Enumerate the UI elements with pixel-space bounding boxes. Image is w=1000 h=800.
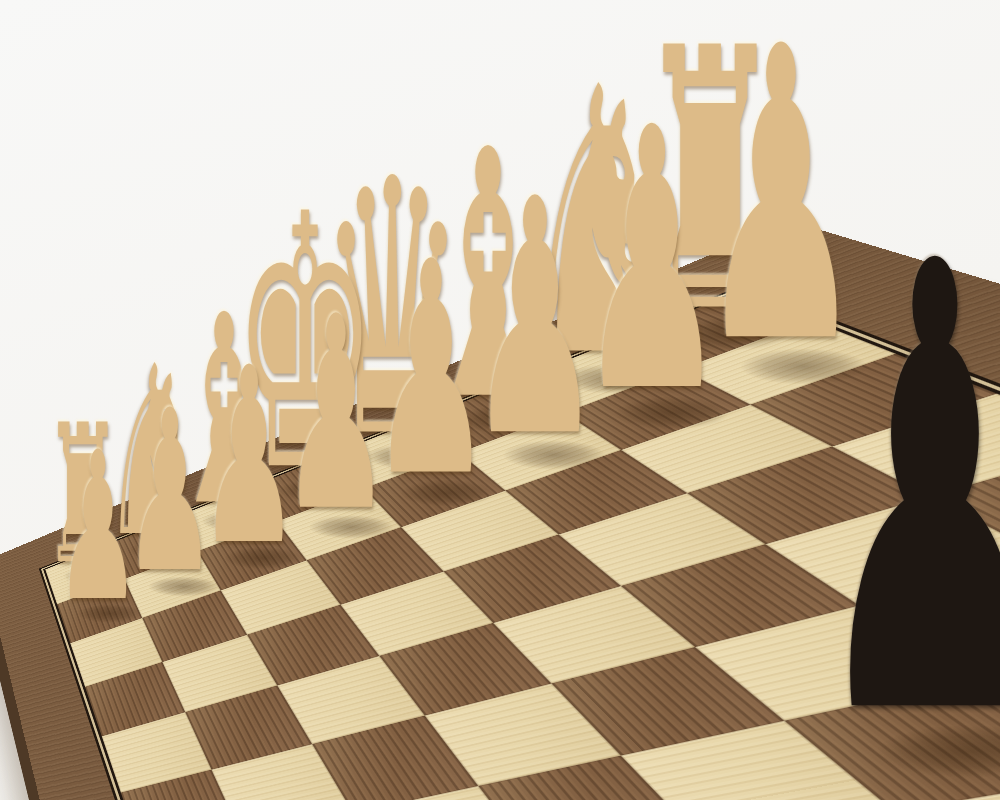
piece-shadow xyxy=(653,312,809,357)
piece-black-pawn-c7: ♟ xyxy=(808,185,1000,800)
piece-white-rook-a1: ♜ xyxy=(636,2,785,362)
piece-white-bishop-c1: ♝ xyxy=(417,105,558,447)
piece-white-pawn-e2: ♟ xyxy=(281,282,391,548)
piece-white-rook-h1: ♜ xyxy=(44,400,123,591)
piece-shadow xyxy=(845,716,1000,787)
piece-shadow xyxy=(136,573,231,600)
piece-white-knight-b1: ♞ xyxy=(517,41,669,409)
piece-white-pawn-d2: ♟ xyxy=(370,223,491,516)
piece-white-pawn-h2: ♟ xyxy=(55,425,139,630)
piece-white-pawn-b2: ♟ xyxy=(577,81,726,442)
piece-white-pawn-c2: ♟ xyxy=(468,156,602,480)
piece-white-pawn-a2: ♟ xyxy=(698,0,864,398)
piece-shadow xyxy=(211,543,315,573)
piece-white-knight-g1: ♞ xyxy=(103,335,200,569)
piece-shadow xyxy=(118,537,207,563)
piece-white-bishop-f1: ♝ xyxy=(171,281,279,542)
piece-shadow xyxy=(350,440,466,473)
piece-shadow xyxy=(485,435,623,475)
piece-shadow xyxy=(294,511,408,544)
piece-shadow xyxy=(266,475,372,506)
piece-shadow xyxy=(595,391,749,435)
piece-shadow xyxy=(189,507,286,535)
piece-shadow xyxy=(53,564,136,588)
piece-shadow xyxy=(718,342,890,392)
piece-white-pawn-f2: ♟ xyxy=(199,334,299,577)
scene: ♜♞♝♚♛♝♞♜♟♟♟♟♟♟♟♟♟♟ xyxy=(0,0,1000,800)
piece-shadow xyxy=(542,359,683,400)
piece-white-queen-d1: ♛ xyxy=(319,133,464,485)
piece-white-pawn-g2: ♟ xyxy=(124,382,216,605)
piece-shadow xyxy=(441,401,568,438)
piece-white-king-e1: ♚ xyxy=(232,169,376,519)
pieces-layer: ♜♞♝♚♛♝♞♜♟♟♟♟♟♟♟♟♟♟ xyxy=(0,0,1000,800)
piece-shadow xyxy=(66,601,153,626)
piece-shadow xyxy=(385,475,510,511)
